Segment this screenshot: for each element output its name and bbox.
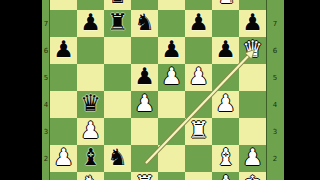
rank-label-8-right: 8 bbox=[266, 0, 284, 1]
square-d5[interactable]: ♟ bbox=[131, 64, 158, 91]
square-b1[interactable]: ♞ bbox=[77, 172, 104, 180]
black-rook-c7[interactable]: ♜ bbox=[107, 9, 128, 36]
white-rook-d1[interactable]: ♜ bbox=[134, 171, 155, 180]
square-f1[interactable] bbox=[185, 172, 212, 180]
white-pawn-a2[interactable]: ♟ bbox=[53, 144, 74, 171]
white-bishop-g2[interactable]: ♝ bbox=[215, 144, 236, 171]
square-c4[interactable] bbox=[104, 91, 131, 118]
square-b3[interactable]: ♟ bbox=[77, 118, 104, 145]
black-pawn-h7[interactable]: ♟ bbox=[242, 9, 263, 36]
square-g3[interactable] bbox=[212, 118, 239, 145]
rank-label-7-right: 7 bbox=[266, 20, 284, 28]
black-pawn-g6[interactable]: ♟ bbox=[215, 36, 236, 63]
square-d1[interactable]: ♜ bbox=[131, 172, 158, 180]
chess-board: ♚♞♟♜♞♟♟♟♟♟♛♟♟♟♛♟♟♟♜♟♝♞♝♟♞♜♝♚ bbox=[50, 0, 266, 180]
square-h7[interactable]: ♟ bbox=[239, 10, 266, 37]
square-f5[interactable]: ♟ bbox=[185, 64, 212, 91]
square-e3[interactable] bbox=[158, 118, 185, 145]
rank-label-2-right: 2 bbox=[266, 155, 284, 163]
square-b4[interactable]: ♛ bbox=[77, 91, 104, 118]
rank-label-8-left: 8 bbox=[42, 0, 50, 1]
square-c5[interactable] bbox=[104, 64, 131, 91]
square-a8[interactable] bbox=[50, 0, 77, 10]
square-d6[interactable] bbox=[131, 37, 158, 64]
square-e2[interactable] bbox=[158, 145, 185, 172]
square-g1[interactable]: ♝ bbox=[212, 172, 239, 180]
square-g8[interactable]: ♞ bbox=[212, 0, 239, 10]
white-rook-f3[interactable]: ♜ bbox=[188, 117, 209, 144]
square-f2[interactable] bbox=[185, 145, 212, 172]
square-c6[interactable] bbox=[104, 37, 131, 64]
square-a1[interactable] bbox=[50, 172, 77, 180]
rank-label-3-left: 3 bbox=[42, 128, 50, 136]
square-c1[interactable] bbox=[104, 172, 131, 180]
black-pawn-f7[interactable]: ♟ bbox=[188, 9, 209, 36]
square-b5[interactable] bbox=[77, 64, 104, 91]
white-knight-g8[interactable]: ♞ bbox=[215, 0, 236, 9]
black-pawn-a6[interactable]: ♟ bbox=[53, 36, 74, 63]
square-g5[interactable] bbox=[212, 64, 239, 91]
white-pawn-f5[interactable]: ♟ bbox=[188, 63, 209, 90]
square-a7[interactable] bbox=[50, 10, 77, 37]
square-h6[interactable]: ♛ bbox=[239, 37, 266, 64]
rank-label-4-right: 4 bbox=[266, 101, 284, 109]
rank-label-2-left: 2 bbox=[42, 155, 50, 163]
white-pawn-g4[interactable]: ♟ bbox=[215, 90, 236, 117]
black-pawn-b7[interactable]: ♟ bbox=[80, 9, 101, 36]
white-pawn-d4[interactable]: ♟ bbox=[134, 90, 155, 117]
black-bishop-b2[interactable]: ♝ bbox=[80, 144, 101, 171]
square-d4[interactable]: ♟ bbox=[131, 91, 158, 118]
square-b6[interactable] bbox=[77, 37, 104, 64]
square-g4[interactable]: ♟ bbox=[212, 91, 239, 118]
square-g7[interactable] bbox=[212, 10, 239, 37]
rank-label-6-right: 6 bbox=[266, 47, 284, 55]
square-a4[interactable] bbox=[50, 91, 77, 118]
white-queen-h6[interactable]: ♛ bbox=[242, 36, 263, 63]
rank-label-7-left: 7 bbox=[42, 20, 50, 28]
rank-label-4-left: 4 bbox=[42, 101, 50, 109]
white-bishop-g1[interactable]: ♝ bbox=[215, 171, 236, 180]
square-b7[interactable]: ♟ bbox=[77, 10, 104, 37]
square-e7[interactable] bbox=[158, 10, 185, 37]
black-king-c8[interactable]: ♚ bbox=[107, 0, 128, 9]
square-c2[interactable]: ♞ bbox=[104, 145, 131, 172]
black-knight-c2[interactable]: ♞ bbox=[107, 144, 128, 171]
square-h3[interactable] bbox=[239, 118, 266, 145]
square-a2[interactable]: ♟ bbox=[50, 145, 77, 172]
rank-label-6-left: 6 bbox=[42, 47, 50, 55]
square-d3[interactable] bbox=[131, 118, 158, 145]
white-pawn-b3[interactable]: ♟ bbox=[80, 117, 101, 144]
square-d2[interactable] bbox=[131, 145, 158, 172]
chess-app-stage: ♚♞♟♜♞♟♟♟♟♟♛♟♟♟♛♟♟♟♜♟♝♞♝♟♞♜♝♚ 11223344556… bbox=[0, 0, 320, 180]
square-e6[interactable]: ♟ bbox=[158, 37, 185, 64]
square-h2[interactable]: ♟ bbox=[239, 145, 266, 172]
white-king-h1[interactable]: ♚ bbox=[242, 171, 263, 180]
square-c3[interactable] bbox=[104, 118, 131, 145]
square-f7[interactable]: ♟ bbox=[185, 10, 212, 37]
square-h1[interactable]: ♚ bbox=[239, 172, 266, 180]
square-e1[interactable] bbox=[158, 172, 185, 180]
square-d7[interactable]: ♞ bbox=[131, 10, 158, 37]
square-e8[interactable] bbox=[158, 0, 185, 10]
black-queen-b4[interactable]: ♛ bbox=[80, 90, 101, 117]
square-h5[interactable] bbox=[239, 64, 266, 91]
square-e4[interactable] bbox=[158, 91, 185, 118]
rank-label-5-right: 5 bbox=[266, 74, 284, 82]
square-a5[interactable] bbox=[50, 64, 77, 91]
square-g2[interactable]: ♝ bbox=[212, 145, 239, 172]
square-f6[interactable] bbox=[185, 37, 212, 64]
black-pawn-d5[interactable]: ♟ bbox=[134, 63, 155, 90]
white-pawn-e5[interactable]: ♟ bbox=[161, 63, 182, 90]
square-a6[interactable]: ♟ bbox=[50, 37, 77, 64]
rank-label-3-right: 3 bbox=[266, 128, 284, 136]
black-knight-d7[interactable]: ♞ bbox=[134, 9, 155, 36]
rank-label-5-left: 5 bbox=[42, 74, 50, 82]
white-knight-b1[interactable]: ♞ bbox=[80, 171, 101, 180]
white-pawn-h2[interactable]: ♟ bbox=[242, 144, 263, 171]
black-pawn-e6[interactable]: ♟ bbox=[161, 36, 182, 63]
square-e5[interactable]: ♟ bbox=[158, 64, 185, 91]
square-f3[interactable]: ♜ bbox=[185, 118, 212, 145]
square-f4[interactable] bbox=[185, 91, 212, 118]
square-h4[interactable] bbox=[239, 91, 266, 118]
square-c7[interactable]: ♜ bbox=[104, 10, 131, 37]
square-b2[interactable]: ♝ bbox=[77, 145, 104, 172]
square-g6[interactable]: ♟ bbox=[212, 37, 239, 64]
square-a3[interactable] bbox=[50, 118, 77, 145]
